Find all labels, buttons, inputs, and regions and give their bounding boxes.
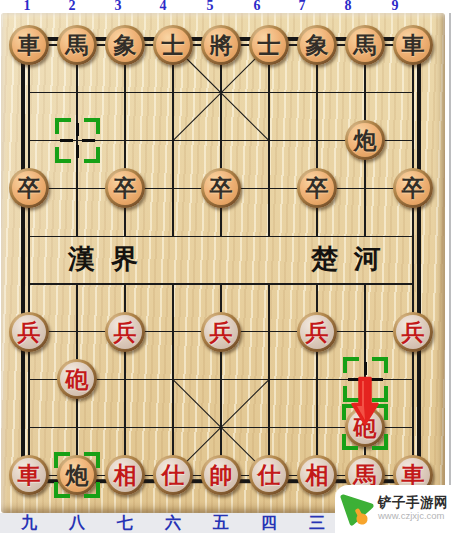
piece-black-soldier[interactable]: 卒 <box>297 168 337 208</box>
piece-black-elephant[interactable]: 象 <box>297 25 337 65</box>
top-label-8: 8 <box>345 0 352 13</box>
piece-black-elephant[interactable]: 象 <box>105 25 145 65</box>
piece-glyph: 兵 <box>18 320 41 344</box>
piece-face: 仕 <box>252 458 286 492</box>
crosshair-arm <box>370 378 383 381</box>
piece-black-advisor[interactable]: 士 <box>153 25 193 65</box>
piece-red-elephant[interactable]: 相 <box>297 455 337 495</box>
piece-glyph: 將 <box>210 33 233 57</box>
piece-red-soldier[interactable]: 兵 <box>201 312 241 352</box>
piece-red-chariot[interactable]: 車 <box>9 455 49 495</box>
piece-face: 砲 <box>348 410 382 444</box>
bottom-label-2: 八 <box>69 514 85 532</box>
piece-face: 相 <box>300 458 334 492</box>
piece-face: 帥 <box>204 458 238 492</box>
piece-black-general[interactable]: 將 <box>201 25 241 65</box>
piece-face: 卒 <box>396 171 430 205</box>
piece-glyph: 象 <box>114 33 137 57</box>
top-label-6: 6 <box>254 0 261 13</box>
piece-red-soldier[interactable]: 兵 <box>105 312 145 352</box>
piece-glyph: 砲 <box>354 415 377 439</box>
bottom-label-6: 四 <box>261 514 277 532</box>
piece-face: 炮 <box>60 458 94 492</box>
top-label-4: 4 <box>160 0 167 13</box>
piece-glyph: 相 <box>114 463 137 487</box>
piece-glyph: 砲 <box>66 367 89 391</box>
piece-glyph: 兵 <box>210 320 233 344</box>
bottom-label-3: 七 <box>117 514 133 532</box>
piece-face: 炮 <box>348 123 382 157</box>
crosshair-arm <box>60 139 73 142</box>
crosshair-arm <box>364 362 367 375</box>
bracket-corner <box>372 357 388 373</box>
piece-glyph: 士 <box>162 33 185 57</box>
piece-glyph: 炮 <box>354 128 377 152</box>
piece-glyph: 卒 <box>18 176 41 200</box>
piece-red-cannon[interactable]: 砲 <box>57 359 97 399</box>
piece-face: 士 <box>156 28 190 62</box>
side-panel-edge <box>449 13 451 513</box>
piece-glyph: 兵 <box>306 320 329 344</box>
piece-face: 卒 <box>300 171 334 205</box>
piece-face: 兵 <box>12 315 46 349</box>
crosshair-arm <box>348 378 361 381</box>
piece-face: 兵 <box>108 315 142 349</box>
piece-face: 卒 <box>204 171 238 205</box>
crosshair-arm <box>364 384 367 397</box>
piece-face: 砲 <box>60 362 94 396</box>
bracket-corner <box>55 147 71 163</box>
top-label-9: 9 <box>392 0 399 13</box>
crosshair-arm <box>76 123 79 136</box>
watermark-site-url: www.czjxjc.com <box>378 511 448 521</box>
piece-glyph: 象 <box>306 33 329 57</box>
piece-glyph: 車 <box>18 463 41 487</box>
piece-glyph: 馬 <box>354 463 377 487</box>
piece-black-horse[interactable]: 馬 <box>57 25 97 65</box>
crosshair-arm <box>82 139 95 142</box>
piece-black-chariot[interactable]: 車 <box>393 25 433 65</box>
piece-glyph: 馬 <box>66 33 89 57</box>
column-numbers-top: 123456789 <box>0 0 458 13</box>
piece-black-cannon[interactable]: 炮 <box>57 455 97 495</box>
piece-glyph: 兵 <box>114 320 137 344</box>
piece-glyph: 車 <box>402 33 425 57</box>
piece-face: 車 <box>12 458 46 492</box>
top-label-3: 3 <box>115 0 122 13</box>
bottom-label-5: 五 <box>213 514 229 532</box>
piece-face: 相 <box>108 458 142 492</box>
piece-glyph: 馬 <box>354 33 377 57</box>
piece-glyph: 士 <box>258 33 281 57</box>
bracket-corner <box>84 118 100 134</box>
piece-red-soldier[interactable]: 兵 <box>393 312 433 352</box>
piece-red-elephant[interactable]: 相 <box>105 455 145 495</box>
piece-face: 馬 <box>60 28 94 62</box>
crosshair-cursor <box>343 357 388 402</box>
piece-black-horse[interactable]: 馬 <box>345 25 385 65</box>
piece-face: 將 <box>204 28 238 62</box>
piece-face: 士 <box>252 28 286 62</box>
bottom-label-1: 九 <box>21 514 37 532</box>
top-label-1: 1 <box>24 0 31 13</box>
piece-red-general[interactable]: 帥 <box>201 455 241 495</box>
piece-black-chariot[interactable]: 車 <box>9 25 49 65</box>
shovel-cursor-logo-icon <box>340 492 376 528</box>
piece-black-cannon[interactable]: 炮 <box>345 120 385 160</box>
piece-face: 象 <box>300 28 334 62</box>
piece-face: 兵 <box>300 315 334 349</box>
piece-glyph: 帥 <box>210 463 233 487</box>
top-label-5: 5 <box>207 0 214 13</box>
piece-red-advisor[interactable]: 仕 <box>249 455 289 495</box>
crosshair-arm <box>76 145 79 158</box>
piece-face: 車 <box>396 28 430 62</box>
top-label-2: 2 <box>69 0 76 13</box>
piece-glyph: 車 <box>18 33 41 57</box>
piece-black-soldier[interactable]: 卒 <box>201 168 241 208</box>
piece-glyph: 相 <box>306 463 329 487</box>
piece-glyph: 卒 <box>402 176 425 200</box>
bracket-corner <box>84 147 100 163</box>
piece-black-advisor[interactable]: 士 <box>249 25 289 65</box>
piece-red-advisor[interactable]: 仕 <box>153 455 193 495</box>
piece-black-soldier[interactable]: 卒 <box>105 168 145 208</box>
piece-face: 卒 <box>108 171 142 205</box>
piece-glyph: 仕 <box>162 463 185 487</box>
bracket-corner <box>372 386 388 402</box>
bracket-corner <box>343 357 359 373</box>
piece-glyph: 仕 <box>258 463 281 487</box>
piece-red-soldier[interactable]: 兵 <box>297 312 337 352</box>
crosshair-cursor <box>55 118 100 163</box>
watermark: 铲子手游网 www.czjxjc.com <box>335 485 458 533</box>
piece-glyph: 卒 <box>306 176 329 200</box>
bottom-label-4: 六 <box>165 514 181 532</box>
xiangqi-board[interactable]: 漢界 楚河 車馬象士將士象馬車炮卒卒卒卒卒兵兵兵兵兵砲砲車炮相仕帥仕相馬車 <box>1 13 445 513</box>
piece-face: 兵 <box>396 315 430 349</box>
piece-glyph: 車 <box>402 463 425 487</box>
piece-face: 卒 <box>12 171 46 205</box>
piece-glyph: 卒 <box>114 176 137 200</box>
xiangqi-app-screenshot: 123456789 漢界 楚河 車馬象士將士象馬車炮卒卒卒卒卒兵兵兵兵兵砲砲車炮… <box>0 0 458 533</box>
piece-face: 兵 <box>204 315 238 349</box>
piece-face: 象 <box>108 28 142 62</box>
bottom-label-7: 三 <box>309 514 325 532</box>
bracket-corner <box>55 118 71 134</box>
piece-glyph: 炮 <box>66 463 89 487</box>
piece-glyph: 卒 <box>210 176 233 200</box>
piece-glyph: 兵 <box>402 320 425 344</box>
piece-face: 馬 <box>348 28 382 62</box>
piece-face: 車 <box>12 28 46 62</box>
piece-black-soldier[interactable]: 卒 <box>393 168 433 208</box>
piece-grid[interactable]: 車馬象士將士象馬車炮卒卒卒卒卒兵兵兵兵兵砲砲車炮相仕帥仕相馬車 <box>5 21 437 499</box>
piece-red-soldier[interactable]: 兵 <box>9 312 49 352</box>
watermark-site-name: 铲子手游网 <box>378 496 448 511</box>
piece-red-cannon[interactable]: 砲 <box>345 407 385 447</box>
piece-face: 仕 <box>156 458 190 492</box>
top-label-7: 7 <box>299 0 306 13</box>
bracket-corner <box>343 386 359 402</box>
piece-black-soldier[interactable]: 卒 <box>9 168 49 208</box>
